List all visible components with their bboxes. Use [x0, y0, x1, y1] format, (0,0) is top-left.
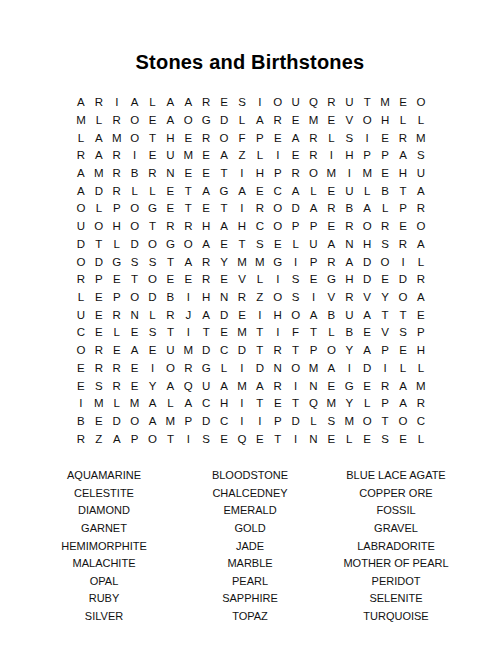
grid-cell-r4c3[interactable]: R: [108, 147, 126, 165]
grid-cell-r9c16[interactable]: N: [340, 236, 358, 254]
grid-cell-r14c15[interactable]: L: [322, 324, 340, 342]
grid-cell-r13c13[interactable]: O: [287, 307, 305, 325]
grid-cell-r10c13[interactable]: I: [287, 253, 305, 271]
grid-cell-r19c10[interactable]: I: [233, 413, 251, 431]
grid-cell-r4c14[interactable]: R: [305, 147, 323, 165]
grid-cell-r17c18[interactable]: R: [376, 378, 394, 396]
grid-cell-r17c9[interactable]: A: [215, 378, 233, 396]
grid-cell-r14c13[interactable]: F: [287, 324, 305, 342]
grid-cell-r2c3[interactable]: R: [108, 112, 126, 130]
grid-cell-r10c10[interactable]: M: [233, 253, 251, 271]
grid-cell-r8c7[interactable]: R: [179, 218, 197, 236]
grid-cell-r6c16[interactable]: U: [340, 183, 358, 201]
grid-cell-r14c9[interactable]: E: [215, 324, 233, 342]
grid-cell-r20c17[interactable]: E: [358, 431, 376, 449]
grid-cell-r11c9[interactable]: E: [215, 271, 233, 289]
grid-cell-r11c19[interactable]: D: [394, 271, 412, 289]
grid-cell-r16c18[interactable]: I: [376, 360, 394, 378]
grid-cell-r15c19[interactable]: E: [394, 342, 412, 360]
grid-cell-r2c10[interactable]: L: [233, 112, 251, 130]
grid-cell-r11c14[interactable]: E: [305, 271, 323, 289]
grid-cell-r1c12[interactable]: O: [269, 94, 287, 112]
grid-cell-r8c11[interactable]: C: [251, 218, 269, 236]
grid-cell-r14c16[interactable]: B: [340, 324, 358, 342]
grid-cell-r10c3[interactable]: G: [108, 253, 126, 271]
grid-cell-r5c15[interactable]: M: [322, 165, 340, 183]
grid-cell-r18c18[interactable]: P: [376, 395, 394, 413]
grid-cell-r20c13[interactable]: I: [287, 431, 305, 449]
grid-cell-r16c3[interactable]: R: [108, 360, 126, 378]
grid-cell-r18c11[interactable]: T: [251, 395, 269, 413]
grid-cell-r11c16[interactable]: H: [340, 271, 358, 289]
grid-cell-r3c15[interactable]: L: [322, 129, 340, 147]
grid-cell-r2c19[interactable]: L: [394, 112, 412, 130]
grid-cell-r11c15[interactable]: G: [322, 271, 340, 289]
grid-cell-r5c12[interactable]: P: [269, 165, 287, 183]
grid-cell-r17c2[interactable]: S: [90, 378, 108, 396]
grid-cell-r2c8[interactable]: G: [197, 112, 215, 130]
grid-cell-r12c15[interactable]: V: [322, 289, 340, 307]
grid-cell-r10c2[interactable]: D: [90, 253, 108, 271]
grid-cell-r9c9[interactable]: E: [215, 236, 233, 254]
grid-cell-r3c12[interactable]: E: [269, 129, 287, 147]
grid-cell-r8c14[interactable]: P: [305, 218, 323, 236]
grid-cell-r5c17[interactable]: M: [358, 165, 376, 183]
grid-cell-r20c15[interactable]: E: [322, 431, 340, 449]
grid-cell-r6c12[interactable]: C: [269, 183, 287, 201]
grid-cell-r12c7[interactable]: I: [179, 289, 197, 307]
grid-cell-r12c20[interactable]: A: [412, 289, 430, 307]
grid-cell-r14c20[interactable]: P: [412, 324, 430, 342]
grid-cell-r1c3[interactable]: I: [108, 94, 126, 112]
grid-cell-r2c7[interactable]: O: [179, 112, 197, 130]
grid-cell-r12c12[interactable]: O: [269, 289, 287, 307]
grid-cell-r3c5[interactable]: T: [144, 129, 162, 147]
grid-cell-r6c1[interactable]: A: [72, 183, 90, 201]
grid-cell-r1c16[interactable]: U: [340, 94, 358, 112]
grid-cell-r16c12[interactable]: N: [269, 360, 287, 378]
grid-cell-r7c15[interactable]: R: [322, 200, 340, 218]
grid-cell-r1c4[interactable]: A: [126, 94, 144, 112]
grid-cell-r16c9[interactable]: L: [215, 360, 233, 378]
grid-cell-r4c20[interactable]: S: [412, 147, 430, 165]
grid-cell-r9c12[interactable]: E: [269, 236, 287, 254]
grid-cell-r19c14[interactable]: L: [305, 413, 323, 431]
grid-cell-r13c17[interactable]: A: [358, 307, 376, 325]
grid-cell-r4c9[interactable]: A: [215, 147, 233, 165]
grid-cell-r20c2[interactable]: Z: [90, 431, 108, 449]
grid-cell-r8c6[interactable]: R: [161, 218, 179, 236]
grid-cell-r15c15[interactable]: O: [322, 342, 340, 360]
grid-cell-r12c19[interactable]: O: [394, 289, 412, 307]
grid-cell-r12c2[interactable]: E: [90, 289, 108, 307]
grid-cell-r6c13[interactable]: A: [287, 183, 305, 201]
grid-cell-r7c8[interactable]: E: [197, 200, 215, 218]
grid-cell-r14c17[interactable]: E: [358, 324, 376, 342]
grid-cell-r19c20[interactable]: C: [412, 413, 430, 431]
grid-cell-r19c3[interactable]: D: [108, 413, 126, 431]
grid-cell-r6c2[interactable]: D: [90, 183, 108, 201]
grid-cell-r17c19[interactable]: A: [394, 378, 412, 396]
grid-cell-r14c6[interactable]: T: [161, 324, 179, 342]
grid-cell-r19c4[interactable]: O: [126, 413, 144, 431]
grid-cell-r12c5[interactable]: D: [144, 289, 162, 307]
grid-cell-r9c17[interactable]: H: [358, 236, 376, 254]
grid-cell-r20c3[interactable]: A: [108, 431, 126, 449]
grid-cell-r17c16[interactable]: G: [340, 378, 358, 396]
grid-cell-r7c16[interactable]: B: [340, 200, 358, 218]
grid-cell-r2c1[interactable]: M: [72, 112, 90, 130]
grid-cell-r20c12[interactable]: T: [269, 431, 287, 449]
grid-cell-r2c6[interactable]: A: [161, 112, 179, 130]
grid-cell-r10c16[interactable]: A: [340, 253, 358, 271]
grid-cell-r7c20[interactable]: R: [412, 200, 430, 218]
grid-cell-r13c3[interactable]: R: [108, 307, 126, 325]
grid-cell-r13c9[interactable]: D: [215, 307, 233, 325]
grid-cell-r19c16[interactable]: M: [340, 413, 358, 431]
grid-cell-r3c6[interactable]: H: [161, 129, 179, 147]
grid-cell-r7c3[interactable]: P: [108, 200, 126, 218]
grid-cell-r18c2[interactable]: M: [90, 395, 108, 413]
grid-cell-r12c8[interactable]: H: [197, 289, 215, 307]
grid-cell-r15c1[interactable]: O: [72, 342, 90, 360]
grid-cell-r13c14[interactable]: A: [305, 307, 323, 325]
grid-cell-r16c16[interactable]: I: [340, 360, 358, 378]
grid-cell-r10c7[interactable]: A: [179, 253, 197, 271]
grid-cell-r4c10[interactable]: Z: [233, 147, 251, 165]
grid-cell-r16c4[interactable]: E: [126, 360, 144, 378]
grid-cell-r13c20[interactable]: E: [412, 307, 430, 325]
grid-cell-r5c7[interactable]: E: [179, 165, 197, 183]
grid-cell-r20c6[interactable]: T: [161, 431, 179, 449]
grid-cell-r5c2[interactable]: M: [90, 165, 108, 183]
grid-cell-r20c19[interactable]: E: [394, 431, 412, 449]
grid-cell-r8c8[interactable]: H: [197, 218, 215, 236]
grid-cell-r4c16[interactable]: H: [340, 147, 358, 165]
grid-cell-r5c9[interactable]: T: [215, 165, 233, 183]
grid-cell-r9c10[interactable]: T: [233, 236, 251, 254]
grid-cell-r18c17[interactable]: L: [358, 395, 376, 413]
grid-cell-r16c7[interactable]: R: [179, 360, 197, 378]
grid-cell-r1c19[interactable]: E: [394, 94, 412, 112]
grid-cell-r11c4[interactable]: T: [126, 271, 144, 289]
grid-cell-r14c10[interactable]: M: [233, 324, 251, 342]
grid-cell-r11c12[interactable]: I: [269, 271, 287, 289]
grid-cell-r17c4[interactable]: E: [126, 378, 144, 396]
grid-cell-r17c15[interactable]: E: [322, 378, 340, 396]
grid-cell-r16c15[interactable]: A: [322, 360, 340, 378]
grid-cell-r19c7[interactable]: P: [179, 413, 197, 431]
grid-cell-r6c17[interactable]: L: [358, 183, 376, 201]
grid-cell-r4c12[interactable]: I: [269, 147, 287, 165]
grid-cell-r2c11[interactable]: A: [251, 112, 269, 130]
grid-cell-r6c4[interactable]: L: [126, 183, 144, 201]
grid-cell-r5c16[interactable]: I: [340, 165, 358, 183]
grid-cell-r3c8[interactable]: R: [197, 129, 215, 147]
grid-cell-r17c1[interactable]: E: [72, 378, 90, 396]
grid-cell-r20c18[interactable]: S: [376, 431, 394, 449]
grid-cell-r9c8[interactable]: A: [197, 236, 215, 254]
grid-cell-r15c5[interactable]: E: [144, 342, 162, 360]
grid-cell-r7c12[interactable]: O: [269, 200, 287, 218]
grid-cell-r18c1[interactable]: I: [72, 395, 90, 413]
grid-cell-r20c7[interactable]: I: [179, 431, 197, 449]
grid-cell-r11c18[interactable]: E: [376, 271, 394, 289]
grid-cell-r11c6[interactable]: E: [161, 271, 179, 289]
grid-cell-r6c8[interactable]: A: [197, 183, 215, 201]
grid-cell-r9c14[interactable]: U: [305, 236, 323, 254]
grid-cell-r16c19[interactable]: L: [394, 360, 412, 378]
grid-cell-r5c11[interactable]: H: [251, 165, 269, 183]
grid-cell-r9c18[interactable]: S: [376, 236, 394, 254]
grid-cell-r17c12[interactable]: R: [269, 378, 287, 396]
grid-cell-r19c19[interactable]: O: [394, 413, 412, 431]
grid-cell-r10c5[interactable]: S: [144, 253, 162, 271]
grid-cell-r1c10[interactable]: S: [233, 94, 251, 112]
grid-cell-r9c20[interactable]: A: [412, 236, 430, 254]
grid-cell-r3c1[interactable]: L: [72, 129, 90, 147]
grid-cell-r18c7[interactable]: A: [179, 395, 197, 413]
grid-cell-r11c3[interactable]: E: [108, 271, 126, 289]
grid-cell-r14c2[interactable]: E: [90, 324, 108, 342]
grid-cell-r2c12[interactable]: R: [269, 112, 287, 130]
grid-cell-r15c11[interactable]: T: [251, 342, 269, 360]
grid-cell-r14c5[interactable]: S: [144, 324, 162, 342]
grid-cell-r19c8[interactable]: D: [197, 413, 215, 431]
grid-cell-r5c20[interactable]: U: [412, 165, 430, 183]
grid-cell-r12c3[interactable]: P: [108, 289, 126, 307]
grid-cell-r5c18[interactable]: E: [376, 165, 394, 183]
grid-cell-r10c4[interactable]: S: [126, 253, 144, 271]
grid-cell-r1c9[interactable]: E: [215, 94, 233, 112]
grid-cell-r14c11[interactable]: T: [251, 324, 269, 342]
grid-cell-r11c1[interactable]: R: [72, 271, 90, 289]
grid-cell-r6c14[interactable]: L: [305, 183, 323, 201]
grid-cell-r4c1[interactable]: R: [72, 147, 90, 165]
grid-cell-r6c15[interactable]: E: [322, 183, 340, 201]
grid-cell-r18c10[interactable]: I: [233, 395, 251, 413]
grid-cell-r6c9[interactable]: G: [215, 183, 233, 201]
grid-cell-r16c5[interactable]: I: [144, 360, 162, 378]
grid-cell-r16c17[interactable]: D: [358, 360, 376, 378]
grid-cell-r8c18[interactable]: R: [376, 218, 394, 236]
grid-cell-r12c18[interactable]: Y: [376, 289, 394, 307]
grid-cell-r5c4[interactable]: B: [126, 165, 144, 183]
grid-cell-r2c4[interactable]: O: [126, 112, 144, 130]
grid-cell-r9c11[interactable]: S: [251, 236, 269, 254]
grid-cell-r17c7[interactable]: Q: [179, 378, 197, 396]
grid-cell-r1c20[interactable]: O: [412, 94, 430, 112]
grid-cell-r17c17[interactable]: E: [358, 378, 376, 396]
grid-cell-r18c3[interactable]: L: [108, 395, 126, 413]
grid-cell-r3c17[interactable]: I: [358, 129, 376, 147]
grid-cell-r20c14[interactable]: N: [305, 431, 323, 449]
grid-cell-r10c12[interactable]: G: [269, 253, 287, 271]
grid-cell-r3c2[interactable]: A: [90, 129, 108, 147]
grid-cell-r9c4[interactable]: D: [126, 236, 144, 254]
grid-cell-r13c19[interactable]: T: [394, 307, 412, 325]
grid-cell-r4c5[interactable]: E: [144, 147, 162, 165]
grid-cell-r15c20[interactable]: H: [412, 342, 430, 360]
grid-cell-r18c12[interactable]: E: [269, 395, 287, 413]
grid-cell-r18c19[interactable]: A: [394, 395, 412, 413]
grid-cell-r13c5[interactable]: L: [144, 307, 162, 325]
grid-cell-r5c14[interactable]: O: [305, 165, 323, 183]
grid-cell-r16c10[interactable]: I: [233, 360, 251, 378]
grid-cell-r12c11[interactable]: Z: [251, 289, 269, 307]
grid-cell-r3c20[interactable]: M: [412, 129, 430, 147]
grid-cell-r9c13[interactable]: L: [287, 236, 305, 254]
grid-cell-r3c13[interactable]: A: [287, 129, 305, 147]
grid-cell-r2c16[interactable]: V: [340, 112, 358, 130]
grid-cell-r9c6[interactable]: G: [161, 236, 179, 254]
grid-cell-r15c10[interactable]: D: [233, 342, 251, 360]
grid-cell-r8c9[interactable]: A: [215, 218, 233, 236]
grid-cell-r20c10[interactable]: Q: [233, 431, 251, 449]
grid-cell-r6c19[interactable]: T: [394, 183, 412, 201]
grid-cell-r9c7[interactable]: O: [179, 236, 197, 254]
grid-cell-r15c6[interactable]: U: [161, 342, 179, 360]
grid-cell-r19c2[interactable]: E: [90, 413, 108, 431]
grid-cell-r5c1[interactable]: A: [72, 165, 90, 183]
grid-cell-r7c14[interactable]: A: [305, 200, 323, 218]
grid-cell-r8c20[interactable]: O: [412, 218, 430, 236]
grid-cell-r12c13[interactable]: S: [287, 289, 305, 307]
grid-cell-r16c6[interactable]: O: [161, 360, 179, 378]
grid-cell-r13c12[interactable]: H: [269, 307, 287, 325]
grid-cell-r14c19[interactable]: S: [394, 324, 412, 342]
grid-cell-r9c1[interactable]: D: [72, 236, 90, 254]
grid-cell-r6c18[interactable]: B: [376, 183, 394, 201]
grid-cell-r1c8[interactable]: R: [197, 94, 215, 112]
grid-cell-r7c9[interactable]: T: [215, 200, 233, 218]
grid-cell-r10c8[interactable]: R: [197, 253, 215, 271]
grid-cell-r12c9[interactable]: N: [215, 289, 233, 307]
grid-cell-r2c20[interactable]: L: [412, 112, 430, 130]
grid-cell-r5c5[interactable]: R: [144, 165, 162, 183]
grid-cell-r14c8[interactable]: T: [197, 324, 215, 342]
grid-cell-r17c14[interactable]: N: [305, 378, 323, 396]
grid-cell-r3c4[interactable]: O: [126, 129, 144, 147]
grid-cell-r18c20[interactable]: R: [412, 395, 430, 413]
grid-cell-r1c7[interactable]: A: [179, 94, 197, 112]
grid-cell-r18c14[interactable]: Q: [305, 395, 323, 413]
grid-cell-r14c14[interactable]: T: [305, 324, 323, 342]
grid-cell-r3c18[interactable]: E: [376, 129, 394, 147]
grid-cell-r11c17[interactable]: D: [358, 271, 376, 289]
grid-cell-r13c10[interactable]: E: [233, 307, 251, 325]
grid-cell-r8c12[interactable]: O: [269, 218, 287, 236]
grid-cell-r12c4[interactable]: O: [126, 289, 144, 307]
grid-cell-r10c20[interactable]: L: [412, 253, 430, 271]
grid-cell-r15c4[interactable]: A: [126, 342, 144, 360]
grid-cell-r3c3[interactable]: M: [108, 129, 126, 147]
grid-cell-r20c8[interactable]: S: [197, 431, 215, 449]
grid-cell-r7c7[interactable]: T: [179, 200, 197, 218]
grid-cell-r7c5[interactable]: G: [144, 200, 162, 218]
grid-cell-r12c1[interactable]: L: [72, 289, 90, 307]
grid-cell-r20c20[interactable]: L: [412, 431, 430, 449]
grid-cell-r2c9[interactable]: D: [215, 112, 233, 130]
grid-cell-r5c13[interactable]: R: [287, 165, 305, 183]
grid-cell-r9c2[interactable]: T: [90, 236, 108, 254]
grid-cell-r17c3[interactable]: R: [108, 378, 126, 396]
grid-cell-r16c2[interactable]: R: [90, 360, 108, 378]
grid-cell-r15c8[interactable]: D: [197, 342, 215, 360]
grid-cell-r2c14[interactable]: M: [305, 112, 323, 130]
grid-cell-r13c7[interactable]: J: [179, 307, 197, 325]
grid-cell-r19c6[interactable]: M: [161, 413, 179, 431]
grid-cell-r6c3[interactable]: R: [108, 183, 126, 201]
grid-cell-r4c4[interactable]: I: [126, 147, 144, 165]
grid-cell-r15c7[interactable]: M: [179, 342, 197, 360]
grid-cell-r6c11[interactable]: E: [251, 183, 269, 201]
grid-cell-r10c6[interactable]: T: [161, 253, 179, 271]
grid-cell-r16c11[interactable]: D: [251, 360, 269, 378]
grid-cell-r10c15[interactable]: R: [322, 253, 340, 271]
grid-cell-r13c4[interactable]: N: [126, 307, 144, 325]
grid-cell-r17c8[interactable]: U: [197, 378, 215, 396]
grid-cell-r2c15[interactable]: E: [322, 112, 340, 130]
grid-cell-r7c18[interactable]: L: [376, 200, 394, 218]
grid-cell-r12c10[interactable]: R: [233, 289, 251, 307]
grid-cell-r5c19[interactable]: H: [394, 165, 412, 183]
grid-cell-r3c19[interactable]: R: [394, 129, 412, 147]
grid-cell-r1c15[interactable]: R: [322, 94, 340, 112]
grid-cell-r6c20[interactable]: A: [412, 183, 430, 201]
grid-cell-r9c19[interactable]: R: [394, 236, 412, 254]
grid-cell-r8c17[interactable]: O: [358, 218, 376, 236]
grid-cell-r3c7[interactable]: E: [179, 129, 197, 147]
grid-cell-r4c13[interactable]: E: [287, 147, 305, 165]
grid-cell-r14c3[interactable]: L: [108, 324, 126, 342]
grid-cell-r13c11[interactable]: I: [251, 307, 269, 325]
grid-cell-r13c1[interactable]: U: [72, 307, 90, 325]
grid-cell-r19c9[interactable]: C: [215, 413, 233, 431]
grid-cell-r2c13[interactable]: E: [287, 112, 305, 130]
grid-cell-r15c13[interactable]: T: [287, 342, 305, 360]
grid-cell-r7c1[interactable]: O: [72, 200, 90, 218]
grid-cell-r9c5[interactable]: O: [144, 236, 162, 254]
grid-cell-r16c1[interactable]: E: [72, 360, 90, 378]
grid-cell-r5c6[interactable]: N: [161, 165, 179, 183]
grid-cell-r14c7[interactable]: I: [179, 324, 197, 342]
grid-cell-r1c2[interactable]: R: [90, 94, 108, 112]
grid-cell-r6c5[interactable]: L: [144, 183, 162, 201]
grid-cell-r8c2[interactable]: O: [90, 218, 108, 236]
grid-cell-r6c6[interactable]: E: [161, 183, 179, 201]
grid-cell-r9c15[interactable]: A: [322, 236, 340, 254]
grid-cell-r17c20[interactable]: M: [412, 378, 430, 396]
grid-cell-r1c1[interactable]: A: [72, 94, 90, 112]
grid-cell-r19c18[interactable]: T: [376, 413, 394, 431]
grid-cell-r13c18[interactable]: T: [376, 307, 394, 325]
grid-cell-r16c8[interactable]: G: [197, 360, 215, 378]
grid-cell-r11c20[interactable]: R: [412, 271, 430, 289]
grid-cell-r4c19[interactable]: A: [394, 147, 412, 165]
grid-cell-r7c19[interactable]: P: [394, 200, 412, 218]
grid-cell-r4c15[interactable]: I: [322, 147, 340, 165]
grid-cell-r15c16[interactable]: Y: [340, 342, 358, 360]
grid-cell-r2c5[interactable]: E: [144, 112, 162, 130]
grid-cell-r6c7[interactable]: T: [179, 183, 197, 201]
grid-cell-r4c17[interactable]: P: [358, 147, 376, 165]
grid-cell-r8c4[interactable]: O: [126, 218, 144, 236]
grid-cell-r11c8[interactable]: R: [197, 271, 215, 289]
grid-cell-r10c1[interactable]: O: [72, 253, 90, 271]
grid-cell-r19c5[interactable]: A: [144, 413, 162, 431]
grid-cell-r8c16[interactable]: R: [340, 218, 358, 236]
